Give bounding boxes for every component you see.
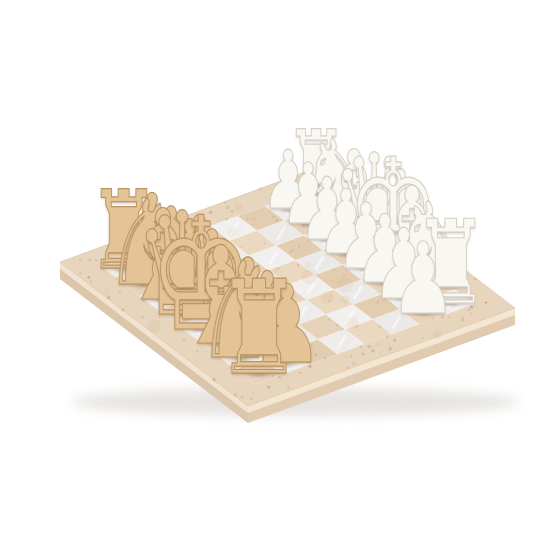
chess-board xyxy=(0,0,533,533)
chess-set-photo: ♜♞♝♛♚♝♞♜♟♟♟♟♟♟♟♟♟♟♟♟♟♟♟♟♜♞♝♛♚♝♞♜ xyxy=(0,0,533,533)
